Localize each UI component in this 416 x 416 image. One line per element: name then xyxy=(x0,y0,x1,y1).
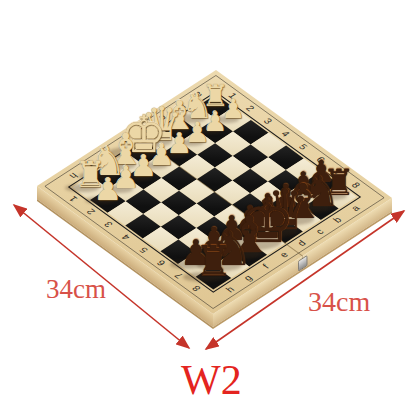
file-label-far-a: a xyxy=(193,90,205,99)
rank-label-lower-7: 7 xyxy=(173,271,185,279)
rank-label-lower-5: 5 xyxy=(137,246,149,254)
rank-label-lower-2: 2 xyxy=(85,207,97,215)
file-label-near-e: e xyxy=(278,250,290,259)
file-label-near-g: g xyxy=(242,274,254,283)
rank-label-upper-2: 2 xyxy=(244,104,256,112)
file-label-near-a: a xyxy=(349,204,361,213)
rank-label-lower-1: 1 xyxy=(67,195,79,203)
file-label-far-e: e xyxy=(121,137,133,146)
rank-label-upper-4: 4 xyxy=(279,130,291,138)
rank-label-upper-8: 8 xyxy=(350,181,362,189)
product-photo-canvas: aabbccddeeffgghh1122334455667788 ♜♞♟♝♟♛♟… xyxy=(0,0,416,416)
rank-label-lower-3: 3 xyxy=(102,220,114,228)
rank-label-upper-6: 6 xyxy=(314,155,326,163)
dimension-label-right: 34cm xyxy=(308,286,370,318)
model-label: W2 xyxy=(181,356,242,404)
file-label-near-b: b xyxy=(331,216,343,225)
file-label-far-g: g xyxy=(85,160,97,169)
rank-label-upper-3: 3 xyxy=(262,117,274,125)
file-label-far-c: c xyxy=(157,114,169,122)
rank-label-lower-4: 4 xyxy=(120,233,132,241)
rank-label-lower-8: 8 xyxy=(190,284,202,292)
file-label-far-b: b xyxy=(175,102,187,111)
file-label-far-d: d xyxy=(139,125,151,134)
dimension-label-left: 34cm xyxy=(46,274,106,305)
rank-label-upper-5: 5 xyxy=(297,143,309,151)
file-label-near-h: h xyxy=(224,285,236,294)
rank-label-upper-1: 1 xyxy=(226,91,238,99)
rank-label-lower-6: 6 xyxy=(155,259,167,267)
file-label-near-c: c xyxy=(314,227,326,235)
file-label-far-f: f xyxy=(104,149,114,156)
rank-label-upper-7: 7 xyxy=(332,168,344,176)
file-label-near-f: f xyxy=(261,263,271,270)
file-label-far-h: h xyxy=(67,171,79,180)
file-label-near-d: d xyxy=(296,239,308,248)
